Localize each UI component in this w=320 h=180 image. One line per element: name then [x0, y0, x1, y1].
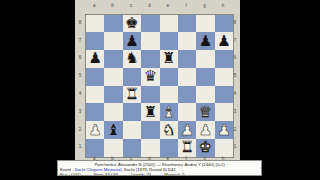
square-e4 — [160, 86, 178, 104]
piece-black-king: ♚ — [125, 16, 138, 31]
square-b3 — [104, 103, 122, 121]
square-h1 — [215, 139, 233, 157]
rank-label-6: 6 — [77, 49, 83, 67]
piece-white-pawn: ♟ — [180, 123, 193, 138]
square-a3 — [86, 103, 104, 121]
square-b8 — [104, 15, 122, 33]
rank-label-2: 2 — [77, 120, 83, 138]
square-e5 — [160, 68, 178, 86]
square-d4 — [141, 86, 159, 104]
square-a1 — [86, 139, 104, 157]
square-d8 — [141, 15, 159, 33]
piece-white-bishop: ♝ — [162, 105, 175, 120]
rank-label-7: 7 — [232, 31, 238, 49]
square-c4: ♜ — [123, 86, 141, 104]
square-e8 — [160, 15, 178, 33]
square-h7: ♟ — [215, 32, 233, 50]
piece-white-queen: ♛ — [199, 105, 212, 120]
square-b2: ♝ — [104, 121, 122, 139]
square-d1 — [141, 139, 159, 157]
square-h3 — [215, 103, 233, 121]
square-g8 — [196, 15, 214, 33]
piece-black-pawn: ♟ — [125, 34, 138, 49]
rank-label-1: 1 — [232, 138, 238, 156]
rank-labels-right: 87654321 — [232, 14, 238, 156]
piece-black-rook: ♜ — [144, 105, 157, 120]
square-g1: ♚ — [196, 139, 214, 157]
square-h4 — [215, 86, 233, 104]
rank-label-3: 3 — [77, 102, 83, 120]
square-h2: ♟ — [215, 121, 233, 139]
square-f7 — [178, 32, 196, 50]
square-e2: ♞ — [160, 121, 178, 139]
square-d5: ♛ — [141, 68, 159, 86]
square-f1: ♜ — [178, 139, 196, 157]
file-label-h: h — [214, 3, 232, 8]
square-g5 — [196, 68, 214, 86]
piece-white-pawn: ♟ — [217, 123, 230, 138]
rank-label-4: 4 — [77, 85, 83, 103]
square-b4 — [104, 86, 122, 104]
piece-black-knight: ♞ — [125, 51, 138, 66]
square-b6 — [104, 50, 122, 68]
piece-white-knight: ♞ — [162, 123, 175, 138]
square-b5 — [104, 68, 122, 86]
piece-white-pawn: ♟ — [88, 123, 101, 138]
stat-eco: Eco : QGD — [60, 172, 81, 176]
square-g7: ♟ — [196, 32, 214, 50]
square-d6 — [141, 50, 159, 68]
rank-label-5: 5 — [232, 67, 238, 85]
square-b7 — [104, 32, 122, 50]
piece-black-queen: ♛ — [144, 69, 157, 84]
piece-black-pawn: ♟ — [88, 51, 101, 66]
square-a5 — [86, 68, 104, 86]
square-c6: ♞ — [123, 50, 141, 68]
piece-white-king: ♚ — [199, 140, 212, 155]
rank-labels-left: 87654321 — [77, 14, 83, 156]
square-c8: ♚ — [123, 15, 141, 33]
piece-black-bishop: ♝ — [107, 123, 120, 138]
square-c2 — [123, 121, 141, 139]
piece-white-rook: ♜ — [180, 140, 193, 155]
file-label-f: f — [177, 3, 195, 8]
rank-label-2: 2 — [232, 120, 238, 138]
piece-black-rook: ♜ — [162, 51, 175, 66]
square-d7 — [141, 32, 159, 50]
stats-line: Eco : QGD Next: 33.Qf4 Length: 44 Materi… — [60, 172, 259, 176]
square-c7: ♟ — [123, 32, 141, 50]
game-caption-box: Panchenko, Alexander N (2505) — Khariton… — [57, 160, 262, 176]
square-a2: ♟ — [86, 121, 104, 139]
square-d3: ♜ — [141, 103, 159, 121]
rank-label-4: 4 — [232, 85, 238, 103]
chess-board: ♚♟♟♟♟♞♜♛♜♜♝♛♟♝♞♟♟♟♜♚ — [85, 14, 234, 158]
square-h6 — [215, 50, 233, 68]
square-g3: ♛ — [196, 103, 214, 121]
square-e1 — [160, 139, 178, 157]
stat-next-move: Next: 33.Qf4 — [94, 172, 118, 176]
stat-material: Material: 0 — [164, 172, 184, 176]
square-a7 — [86, 32, 104, 50]
rank-label-1: 1 — [77, 138, 83, 156]
square-f4 — [178, 86, 196, 104]
square-e6: ♜ — [160, 50, 178, 68]
square-g2: ♟ — [196, 121, 214, 139]
piece-white-rook: ♜ — [125, 87, 138, 102]
square-g6 — [196, 50, 214, 68]
square-h5 — [215, 68, 233, 86]
rank-label-3: 3 — [232, 102, 238, 120]
file-label-c: c — [122, 3, 140, 8]
square-c5 — [123, 68, 141, 86]
file-label-b: b — [103, 3, 121, 8]
square-a8 — [86, 15, 104, 33]
square-f6 — [178, 50, 196, 68]
piece-white-pawn: ♟ — [199, 123, 212, 138]
square-f8 — [178, 15, 196, 33]
square-f5 — [178, 68, 196, 86]
square-a6: ♟ — [86, 50, 104, 68]
square-e7 — [160, 32, 178, 50]
stat-length: Length: 44 — [131, 172, 151, 176]
file-label-e: e — [159, 3, 177, 8]
file-labels-top: abcdefgh — [85, 3, 232, 8]
square-c1 — [123, 139, 141, 157]
piece-black-pawn: ♟ — [217, 34, 230, 49]
rank-label-7: 7 — [77, 31, 83, 49]
rank-label-5: 5 — [77, 67, 83, 85]
piece-black-pawn: ♟ — [199, 34, 212, 49]
square-c3 — [123, 103, 141, 121]
file-label-d: d — [140, 3, 158, 8]
chess-board-frame: abcdefgh 87654321 ♚♟♟♟♟♞♜♛♜♜♝♛♟♝♞♟♟♟♜♚ 8… — [75, 0, 240, 161]
square-g4 — [196, 86, 214, 104]
square-h8 — [215, 15, 233, 33]
rank-label-6: 6 — [232, 49, 238, 67]
square-b1 — [104, 139, 122, 157]
square-f3 — [178, 103, 196, 121]
file-label-g: g — [195, 3, 213, 8]
rank-label-8: 8 — [232, 14, 238, 32]
square-f2: ♟ — [178, 121, 196, 139]
rank-label-8: 8 — [77, 14, 83, 32]
square-e3: ♝ — [160, 103, 178, 121]
square-a4 — [86, 86, 104, 104]
file-label-a: a — [85, 3, 103, 8]
square-d2 — [141, 121, 159, 139]
